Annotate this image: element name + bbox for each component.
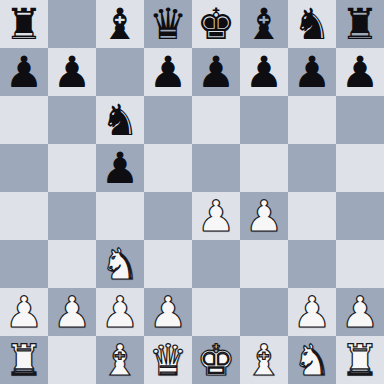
square-e1[interactable]: ♚ bbox=[192, 336, 240, 384]
square-a3[interactable] bbox=[0, 240, 48, 288]
square-b6[interactable] bbox=[48, 96, 96, 144]
square-h1[interactable]: ♜ bbox=[336, 336, 384, 384]
piece-black-pawn[interactable]: ♟ bbox=[101, 144, 140, 192]
square-g2[interactable]: ♟ bbox=[288, 288, 336, 336]
square-b7[interactable]: ♟ bbox=[48, 48, 96, 96]
piece-white-pawn[interactable]: ♟ bbox=[245, 192, 284, 240]
square-b3[interactable] bbox=[48, 240, 96, 288]
square-g5[interactable] bbox=[288, 144, 336, 192]
square-g8[interactable]: ♞ bbox=[288, 0, 336, 48]
piece-black-pawn[interactable]: ♟ bbox=[245, 48, 284, 96]
square-a1[interactable]: ♜ bbox=[0, 336, 48, 384]
square-c4[interactable] bbox=[96, 192, 144, 240]
piece-white-bishop[interactable]: ♝ bbox=[245, 336, 284, 384]
square-h8[interactable]: ♜ bbox=[336, 0, 384, 48]
square-d5[interactable] bbox=[144, 144, 192, 192]
piece-black-pawn[interactable]: ♟ bbox=[341, 48, 380, 96]
square-f7[interactable]: ♟ bbox=[240, 48, 288, 96]
piece-black-queen[interactable]: ♛ bbox=[149, 0, 188, 48]
piece-black-pawn[interactable]: ♟ bbox=[5, 48, 44, 96]
square-c1[interactable]: ♝ bbox=[96, 336, 144, 384]
square-e6[interactable] bbox=[192, 96, 240, 144]
square-f8[interactable]: ♝ bbox=[240, 0, 288, 48]
piece-white-pawn[interactable]: ♟ bbox=[149, 288, 188, 336]
square-a7[interactable]: ♟ bbox=[0, 48, 48, 96]
square-f2[interactable] bbox=[240, 288, 288, 336]
square-c8[interactable]: ♝ bbox=[96, 0, 144, 48]
piece-black-rook[interactable]: ♜ bbox=[341, 0, 380, 48]
square-f1[interactable]: ♝ bbox=[240, 336, 288, 384]
square-d6[interactable] bbox=[144, 96, 192, 144]
square-g7[interactable]: ♟ bbox=[288, 48, 336, 96]
piece-black-bishop[interactable]: ♝ bbox=[245, 0, 284, 48]
square-h5[interactable] bbox=[336, 144, 384, 192]
piece-black-pawn[interactable]: ♟ bbox=[197, 48, 236, 96]
piece-white-pawn[interactable]: ♟ bbox=[53, 288, 92, 336]
square-c7[interactable] bbox=[96, 48, 144, 96]
square-b8[interactable] bbox=[48, 0, 96, 48]
square-h4[interactable] bbox=[336, 192, 384, 240]
square-e2[interactable] bbox=[192, 288, 240, 336]
square-d3[interactable] bbox=[144, 240, 192, 288]
square-a6[interactable] bbox=[0, 96, 48, 144]
square-h6[interactable] bbox=[336, 96, 384, 144]
square-b2[interactable]: ♟ bbox=[48, 288, 96, 336]
square-f3[interactable] bbox=[240, 240, 288, 288]
square-h2[interactable]: ♟ bbox=[336, 288, 384, 336]
piece-white-rook[interactable]: ♜ bbox=[341, 336, 380, 384]
piece-white-pawn[interactable]: ♟ bbox=[5, 288, 44, 336]
square-g1[interactable]: ♞ bbox=[288, 336, 336, 384]
square-h3[interactable] bbox=[336, 240, 384, 288]
piece-black-king[interactable]: ♚ bbox=[197, 0, 236, 48]
piece-black-knight[interactable]: ♞ bbox=[101, 96, 140, 144]
piece-white-knight[interactable]: ♞ bbox=[101, 240, 140, 288]
piece-black-bishop[interactable]: ♝ bbox=[101, 0, 140, 48]
square-e5[interactable] bbox=[192, 144, 240, 192]
square-e7[interactable]: ♟ bbox=[192, 48, 240, 96]
piece-black-knight[interactable]: ♞ bbox=[293, 0, 332, 48]
square-a4[interactable] bbox=[0, 192, 48, 240]
square-g6[interactable] bbox=[288, 96, 336, 144]
square-d7[interactable]: ♟ bbox=[144, 48, 192, 96]
chess-board: ♜♝♛♚♝♞♜♟♟♟♟♟♟♟♞♟♟♟♞♟♟♟♟♟♟♜♝♛♚♝♞♜ bbox=[0, 0, 384, 384]
square-d8[interactable]: ♛ bbox=[144, 0, 192, 48]
square-c5[interactable]: ♟ bbox=[96, 144, 144, 192]
piece-white-pawn[interactable]: ♟ bbox=[293, 288, 332, 336]
square-h7[interactable]: ♟ bbox=[336, 48, 384, 96]
square-g3[interactable] bbox=[288, 240, 336, 288]
square-b5[interactable] bbox=[48, 144, 96, 192]
piece-white-pawn[interactable]: ♟ bbox=[341, 288, 380, 336]
square-e3[interactable] bbox=[192, 240, 240, 288]
square-f5[interactable] bbox=[240, 144, 288, 192]
piece-white-king[interactable]: ♚ bbox=[197, 336, 236, 384]
square-b1[interactable] bbox=[48, 336, 96, 384]
piece-white-pawn[interactable]: ♟ bbox=[101, 288, 140, 336]
square-c6[interactable]: ♞ bbox=[96, 96, 144, 144]
square-d2[interactable]: ♟ bbox=[144, 288, 192, 336]
square-d1[interactable]: ♛ bbox=[144, 336, 192, 384]
square-c3[interactable]: ♞ bbox=[96, 240, 144, 288]
piece-black-pawn[interactable]: ♟ bbox=[53, 48, 92, 96]
square-b4[interactable] bbox=[48, 192, 96, 240]
square-d4[interactable] bbox=[144, 192, 192, 240]
piece-white-knight[interactable]: ♞ bbox=[293, 336, 332, 384]
piece-white-bishop[interactable]: ♝ bbox=[101, 336, 140, 384]
square-a2[interactable]: ♟ bbox=[0, 288, 48, 336]
square-e8[interactable]: ♚ bbox=[192, 0, 240, 48]
square-a5[interactable] bbox=[0, 144, 48, 192]
square-f6[interactable] bbox=[240, 96, 288, 144]
square-a8[interactable]: ♜ bbox=[0, 0, 48, 48]
square-f4[interactable]: ♟ bbox=[240, 192, 288, 240]
piece-white-pawn[interactable]: ♟ bbox=[197, 192, 236, 240]
square-c2[interactable]: ♟ bbox=[96, 288, 144, 336]
piece-black-pawn[interactable]: ♟ bbox=[293, 48, 332, 96]
square-e4[interactable]: ♟ bbox=[192, 192, 240, 240]
square-g4[interactable] bbox=[288, 192, 336, 240]
piece-white-rook[interactable]: ♜ bbox=[5, 336, 44, 384]
piece-white-queen[interactable]: ♛ bbox=[149, 336, 188, 384]
piece-black-rook[interactable]: ♜ bbox=[5, 0, 44, 48]
piece-black-pawn[interactable]: ♟ bbox=[149, 48, 188, 96]
